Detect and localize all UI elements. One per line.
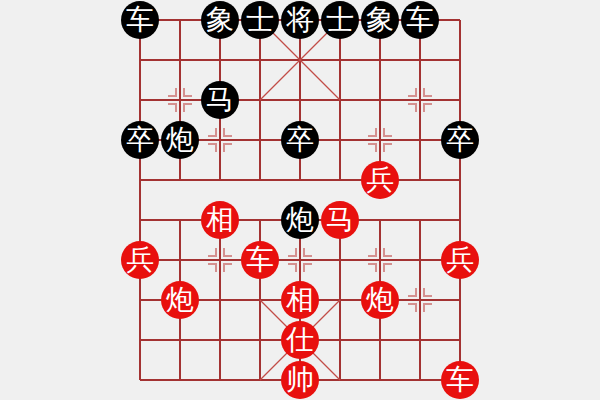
piece-red-soldier[interactable]: 兵 xyxy=(441,241,479,279)
piece-black-advisor[interactable]: 士 xyxy=(241,1,279,39)
piece-red-elephant[interactable]: 相 xyxy=(201,201,239,239)
piece-black-general[interactable]: 将 xyxy=(281,1,319,39)
piece-black-soldier[interactable]: 卒 xyxy=(281,121,319,159)
board-background: 车象士将士象车马卒炮卒卒兵相炮马兵车兵炮相炮仕帅车 xyxy=(0,0,600,400)
pieces-layer: 车象士将士象车马卒炮卒卒兵相炮马兵车兵炮相炮仕帅车 xyxy=(140,20,460,380)
piece-red-horse[interactable]: 马 xyxy=(321,201,359,239)
piece-red-cannon[interactable]: 炮 xyxy=(161,281,199,319)
xiangqi-board[interactable]: 车象士将士象车马卒炮卒卒兵相炮马兵车兵炮相炮仕帅车 xyxy=(140,20,460,380)
piece-black-elephant[interactable]: 象 xyxy=(361,1,399,39)
piece-black-chariot[interactable]: 车 xyxy=(121,1,159,39)
piece-red-soldier[interactable]: 兵 xyxy=(121,241,159,279)
piece-red-advisor[interactable]: 仕 xyxy=(281,321,319,359)
piece-black-advisor[interactable]: 士 xyxy=(321,1,359,39)
piece-red-soldier[interactable]: 兵 xyxy=(361,161,399,199)
piece-black-soldier[interactable]: 卒 xyxy=(441,121,479,159)
piece-red-chariot[interactable]: 车 xyxy=(441,361,479,399)
piece-black-horse[interactable]: 马 xyxy=(201,81,239,119)
piece-black-soldier[interactable]: 卒 xyxy=(121,121,159,159)
piece-red-cannon[interactable]: 炮 xyxy=(361,281,399,319)
piece-black-cannon[interactable]: 炮 xyxy=(281,201,319,239)
piece-red-elephant[interactable]: 相 xyxy=(281,281,319,319)
piece-black-chariot[interactable]: 车 xyxy=(401,1,439,39)
piece-red-chariot[interactable]: 车 xyxy=(241,241,279,279)
piece-red-general[interactable]: 帅 xyxy=(281,361,319,399)
piece-black-elephant[interactable]: 象 xyxy=(201,1,239,39)
piece-black-cannon[interactable]: 炮 xyxy=(161,121,199,159)
